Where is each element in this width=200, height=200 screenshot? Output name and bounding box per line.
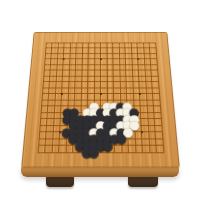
board-side	[21, 166, 179, 177]
go-board: ●●●●●●●●●●●●●●●●●●●●●●●●●●●●●●●●●●●●●●●●…	[21, 32, 180, 167]
go-board-photo: ●●●●●●●●●●●●●●●●●●●●●●●●●●●●●●●●●●●●●●●●…	[0, 0, 200, 200]
stones-layer: ●●●●●●●●●●●●●●●●●●●●●●●●●●●●●●●●●●●●●●●●…	[34, 40, 167, 156]
